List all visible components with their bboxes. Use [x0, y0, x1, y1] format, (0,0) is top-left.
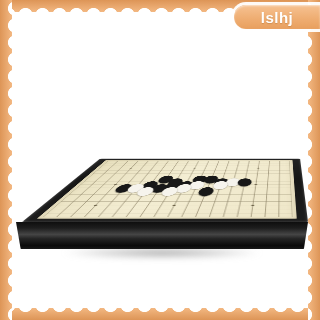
go-board-frame: ●●●●●●●●●●●●●●●●●●● — [22, 159, 308, 222]
stones-layer: ●●●●●●●●●●●●●●●●●●● — [42, 161, 292, 217]
go-board-scene: ●●●●●●●●●●●●●●●●●●● — [0, 60, 320, 290]
black-stone: ● — [236, 177, 254, 187]
scalloped-border-bottom — [0, 308, 320, 320]
scalloped-border-left — [0, 0, 12, 320]
go-board-surface: ●●●●●●●●●●●●●●●●●●● — [37, 160, 297, 218]
board-box-side — [16, 222, 308, 249]
watermark-text: lslhj — [261, 9, 294, 26]
black-stone: ● — [195, 185, 216, 196]
watermark-banner: lslhj — [234, 5, 320, 29]
scalloped-border-right — [308, 0, 320, 320]
